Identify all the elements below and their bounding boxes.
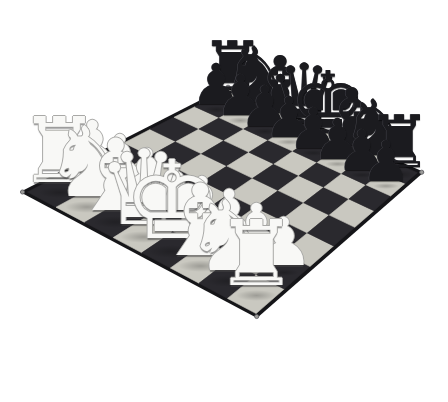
giant-chess-set-photo: ♜♞♝♛♚♝♞♜♟♟♟♟♟♟♟♟♟♟♟♟♟♟♟♟♜♞♝♛♚♝♞♜ [0,0,448,402]
piece-white-rook-h1: ♜ [211,209,302,300]
piece-black-pawn-h7: ♟ [358,134,414,190]
chess-pieces-layer: ♜♞♝♛♚♝♞♜♟♟♟♟♟♟♟♟♟♟♟♟♟♟♟♟♜♞♝♛♚♝♞♜ [0,0,448,402]
